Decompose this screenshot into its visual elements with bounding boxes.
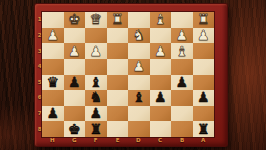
piece-white-pawn: ♟ <box>197 28 210 43</box>
piece-white-rook: ♜ <box>197 12 210 27</box>
square-f7[interactable]: ♟ <box>85 106 107 122</box>
piece-black-pawn: ♟ <box>68 75 81 90</box>
square-c3[interactable]: ♟ <box>150 43 172 59</box>
square-h5[interactable]: ♛ <box>42 75 64 91</box>
piece-black-bishop: ♝ <box>89 75 102 90</box>
square-c4[interactable] <box>150 59 172 75</box>
square-a6[interactable]: ♟ <box>193 90 215 106</box>
square-d8[interactable] <box>128 121 150 137</box>
piece-black-king: ♚ <box>68 122 81 137</box>
square-h4[interactable] <box>42 59 64 75</box>
square-e1[interactable]: ♜ <box>107 12 129 28</box>
file-label-a: A <box>201 137 205 143</box>
square-e8[interactable] <box>107 121 129 137</box>
square-h8[interactable] <box>42 121 64 137</box>
piece-black-pawn: ♟ <box>46 106 59 121</box>
square-h1[interactable] <box>42 12 64 28</box>
square-f2[interactable] <box>85 28 107 44</box>
file-label-e: E <box>115 137 119 143</box>
square-d6[interactable]: ♝ <box>128 90 150 106</box>
piece-black-rook: ♜ <box>197 122 210 137</box>
piece-black-pawn: ♟ <box>175 75 188 90</box>
piece-white-queen: ♛ <box>89 12 102 27</box>
square-f6[interactable]: ♞ <box>85 90 107 106</box>
square-f1[interactable]: ♛ <box>85 12 107 28</box>
square-g8[interactable]: ♚ <box>64 121 86 137</box>
piece-black-queen: ♛ <box>46 75 59 90</box>
square-b4[interactable] <box>171 59 193 75</box>
file-label-c: C <box>158 137 162 143</box>
square-e3[interactable] <box>107 43 129 59</box>
square-e5[interactable] <box>107 75 129 91</box>
square-f3[interactable]: ♟ <box>85 43 107 59</box>
square-d3[interactable] <box>128 43 150 59</box>
square-g4[interactable] <box>64 59 86 75</box>
square-g7[interactable] <box>64 106 86 122</box>
square-d1[interactable] <box>128 12 150 28</box>
piece-white-rook: ♜ <box>111 12 124 27</box>
square-h6[interactable] <box>42 90 64 106</box>
file-label-f: F <box>94 137 98 143</box>
square-b6[interactable] <box>171 90 193 106</box>
file-labels: HGFEDCBA <box>42 136 214 145</box>
square-g2[interactable] <box>64 28 86 44</box>
square-e4[interactable] <box>107 59 129 75</box>
square-c5[interactable] <box>150 75 172 91</box>
piece-white-pawn: ♟ <box>175 28 188 43</box>
square-c2[interactable] <box>150 28 172 44</box>
piece-white-king: ♚ <box>68 12 81 27</box>
square-h2[interactable]: ♟ <box>42 28 64 44</box>
square-c1[interactable]: ♝ <box>150 12 172 28</box>
square-a3[interactable] <box>193 43 215 59</box>
piece-white-bishop: ♝ <box>175 44 188 59</box>
square-g5[interactable]: ♟ <box>64 75 86 91</box>
square-a4[interactable] <box>193 59 215 75</box>
piece-black-pawn: ♟ <box>197 90 210 105</box>
piece-white-knight: ♞ <box>132 28 145 43</box>
square-d4[interactable]: ♟ <box>128 59 150 75</box>
piece-white-pawn: ♟ <box>68 44 81 59</box>
piece-white-bishop: ♝ <box>154 12 167 27</box>
square-b3[interactable]: ♝ <box>171 43 193 59</box>
square-d7[interactable] <box>128 106 150 122</box>
square-e2[interactable] <box>107 28 129 44</box>
chess-board: 12345678 ♚♛♜♝♜♟♞♟♟♟♟♟♝♟♛♟♝♟♞♝♟♟♟♟♚♜♜ HGF… <box>35 4 227 146</box>
piece-black-bishop: ♝ <box>132 90 145 105</box>
piece-white-pawn: ♟ <box>89 44 102 59</box>
square-a5[interactable] <box>193 75 215 91</box>
piece-black-rook: ♜ <box>89 122 102 137</box>
square-b7[interactable] <box>171 106 193 122</box>
piece-white-pawn: ♟ <box>154 44 167 59</box>
piece-black-pawn: ♟ <box>154 90 167 105</box>
square-b1[interactable] <box>171 12 193 28</box>
square-f5[interactable]: ♝ <box>85 75 107 91</box>
board-squares: ♚♛♜♝♜♟♞♟♟♟♟♟♝♟♛♟♝♟♞♝♟♟♟♟♚♜♜ <box>42 12 214 137</box>
square-g1[interactable]: ♚ <box>64 12 86 28</box>
square-d5[interactable] <box>128 75 150 91</box>
square-d2[interactable]: ♞ <box>128 28 150 44</box>
piece-white-pawn: ♟ <box>132 59 145 74</box>
square-c8[interactable] <box>150 121 172 137</box>
square-a1[interactable]: ♜ <box>193 12 215 28</box>
square-g3[interactable]: ♟ <box>64 43 86 59</box>
square-c7[interactable] <box>150 106 172 122</box>
square-f4[interactable] <box>85 59 107 75</box>
square-a2[interactable]: ♟ <box>193 28 215 44</box>
file-label-h: H <box>50 137 55 143</box>
square-e7[interactable] <box>107 106 129 122</box>
square-e6[interactable] <box>107 90 129 106</box>
piece-white-pawn: ♟ <box>46 28 59 43</box>
wood-table-background: 12345678 ♚♛♜♝♜♟♞♟♟♟♟♟♝♟♛♟♝♟♞♝♟♟♟♟♚♜♜ HGF… <box>0 0 266 150</box>
square-a7[interactable] <box>193 106 215 122</box>
square-b5[interactable]: ♟ <box>171 75 193 91</box>
square-c6[interactable]: ♟ <box>150 90 172 106</box>
square-a8[interactable]: ♜ <box>193 121 215 137</box>
square-g6[interactable] <box>64 90 86 106</box>
square-h3[interactable] <box>42 43 64 59</box>
square-b2[interactable]: ♟ <box>171 28 193 44</box>
square-b8[interactable] <box>171 121 193 137</box>
piece-black-pawn: ♟ <box>89 106 102 121</box>
square-f8[interactable]: ♜ <box>85 121 107 137</box>
file-label-d: D <box>136 137 141 143</box>
file-label-g: G <box>72 137 77 143</box>
file-label-b: B <box>180 137 184 143</box>
piece-black-knight: ♞ <box>89 90 102 105</box>
square-h7[interactable]: ♟ <box>42 106 64 122</box>
